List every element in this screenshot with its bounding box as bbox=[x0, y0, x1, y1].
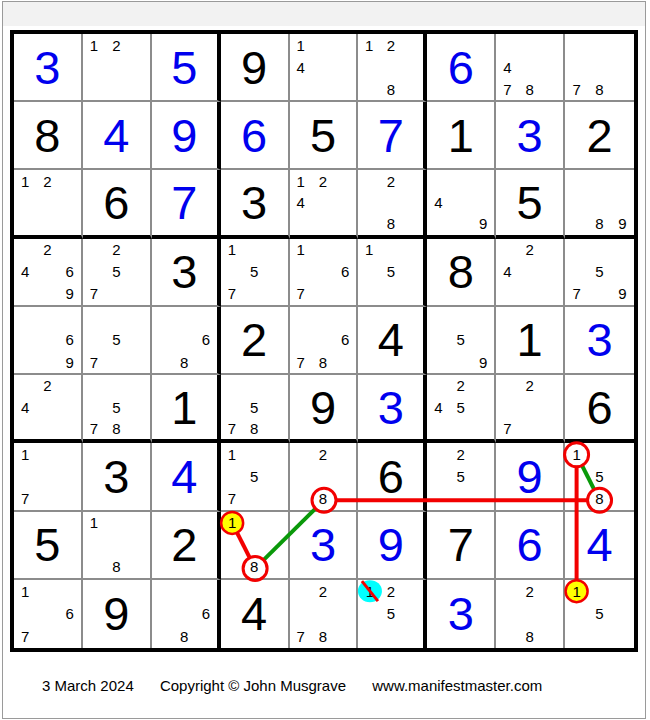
cell-r9c2[interactable]: 9 bbox=[83, 580, 152, 648]
candidate-2: 2 bbox=[380, 580, 402, 603]
cell-r3c9[interactable]: 89 bbox=[565, 170, 634, 238]
cell-r5c8[interactable]: 1 bbox=[496, 307, 565, 375]
pencil-marks: 49 bbox=[427, 170, 494, 234]
cell-r4c6[interactable]: 15 bbox=[358, 239, 427, 307]
cell-r5c9[interactable]: 3 bbox=[565, 307, 634, 375]
candidate-1 bbox=[427, 375, 449, 396]
candidate-1: 1 bbox=[290, 239, 312, 261]
candidate-5: 5 bbox=[588, 465, 611, 487]
cell-r3c4[interactable]: 3 bbox=[221, 170, 290, 238]
candidate-9: 9 bbox=[59, 283, 81, 305]
pencil-marks: 24 bbox=[14, 375, 81, 439]
pencil-marks: 2469 bbox=[14, 239, 81, 305]
candidate-5 bbox=[519, 603, 541, 626]
cell-r7c6[interactable]: 6 bbox=[358, 443, 427, 511]
candidate-7: 7 bbox=[221, 487, 243, 509]
cell-r6c7[interactable]: 245 bbox=[427, 375, 496, 443]
candidate-5 bbox=[312, 329, 334, 351]
candidate-1 bbox=[290, 580, 312, 603]
cell-r4c9[interactable]: 579 bbox=[565, 239, 634, 307]
candidate-6 bbox=[265, 261, 287, 283]
cell-r5c5[interactable]: 678 bbox=[290, 307, 359, 375]
cell-r8c7[interactable]: 7 bbox=[427, 512, 496, 580]
candidate-5 bbox=[36, 603, 58, 626]
candidate-3 bbox=[472, 443, 494, 465]
cell-value: 9 bbox=[310, 384, 336, 431]
candidate-7 bbox=[152, 625, 174, 648]
candidate-8: 8 bbox=[105, 418, 127, 439]
cell-r6c8[interactable]: 27 bbox=[496, 375, 565, 443]
cell-r9c5[interactable]: 278 bbox=[290, 580, 359, 648]
candidate-3 bbox=[334, 580, 356, 603]
candidate-1 bbox=[427, 443, 449, 465]
cell-r6c6[interactable]: 3 bbox=[358, 375, 427, 443]
candidate-8 bbox=[105, 283, 127, 305]
candidate-1 bbox=[496, 34, 518, 56]
candidate-7: 7 bbox=[565, 283, 588, 305]
candidate-8 bbox=[450, 351, 472, 373]
cell-r7c4[interactable]: 157 bbox=[221, 443, 290, 511]
cell-value: 3 bbox=[517, 112, 543, 159]
candidate-4 bbox=[14, 465, 36, 487]
candidate-6 bbox=[472, 397, 494, 418]
cell-r9c9[interactable]: 15 bbox=[565, 580, 634, 648]
pencil-marks: 12 bbox=[83, 34, 150, 100]
candidate-7 bbox=[565, 487, 588, 509]
candidate-9 bbox=[59, 213, 81, 234]
sudoku-board: 3125914128647878849657132126731242849589… bbox=[10, 30, 638, 652]
cell-r3c3[interactable]: 7 bbox=[152, 170, 221, 238]
candidate-1 bbox=[152, 307, 174, 329]
candidate-9 bbox=[59, 418, 81, 439]
candidate-8: 8 bbox=[312, 625, 334, 648]
cell-r4c4[interactable]: 157 bbox=[221, 239, 290, 307]
candidate-7 bbox=[358, 78, 380, 100]
candidate-1: 1 bbox=[14, 580, 36, 603]
candidate-3 bbox=[334, 239, 356, 261]
cell-r9c3[interactable]: 68 bbox=[152, 580, 221, 648]
candidate-7 bbox=[83, 556, 105, 578]
candidate-3 bbox=[59, 580, 81, 603]
candidate-5 bbox=[105, 56, 127, 78]
pencil-marks: 678 bbox=[290, 307, 357, 373]
candidate-4 bbox=[565, 56, 588, 78]
candidate-8 bbox=[450, 418, 472, 439]
candidate-3 bbox=[611, 34, 634, 56]
cell-r4c2[interactable]: 257 bbox=[83, 239, 152, 307]
candidate-6 bbox=[334, 465, 356, 487]
candidate-3 bbox=[402, 580, 424, 603]
candidate-1 bbox=[496, 239, 518, 261]
candidate-4: 4 bbox=[14, 261, 36, 283]
candidate-7 bbox=[83, 78, 105, 100]
candidate-6 bbox=[265, 465, 287, 487]
cell-r9c8[interactable]: 28 bbox=[496, 580, 565, 648]
cell-r7c8[interactable]: 9 bbox=[496, 443, 565, 511]
candidate-5: 5 bbox=[105, 329, 127, 351]
candidate-4 bbox=[290, 261, 312, 283]
cell-value: 1 bbox=[517, 316, 543, 363]
candidate-2 bbox=[312, 239, 334, 261]
candidate-9 bbox=[59, 487, 81, 509]
cell-r8c2[interactable]: 18 bbox=[83, 512, 152, 580]
candidate-1: 1 bbox=[358, 580, 380, 603]
cell-r7c7[interactable]: 25 bbox=[427, 443, 496, 511]
candidate-3 bbox=[334, 170, 356, 191]
candidate-4 bbox=[358, 192, 380, 213]
candidate-8: 8 bbox=[243, 418, 265, 439]
candidate-2: 2 bbox=[36, 375, 58, 396]
candidate-2 bbox=[36, 580, 58, 603]
candidate-3 bbox=[402, 239, 424, 261]
candidate-8 bbox=[450, 213, 472, 234]
cell-r3c5[interactable]: 124 bbox=[290, 170, 359, 238]
cell-r9c7[interactable]: 3 bbox=[427, 580, 496, 648]
cell-r6c2[interactable]: 578 bbox=[83, 375, 152, 443]
candidate-6 bbox=[472, 465, 494, 487]
cell-value: 4 bbox=[103, 112, 129, 159]
candidate-6: 6 bbox=[59, 329, 81, 351]
cell-r6c3[interactable]: 1 bbox=[152, 375, 221, 443]
candidate-8 bbox=[380, 283, 402, 305]
pencil-marks: 128 bbox=[358, 34, 423, 100]
candidate-4 bbox=[152, 603, 174, 626]
cell-r7c5[interactable]: 28 bbox=[290, 443, 359, 511]
candidate-6 bbox=[402, 261, 424, 283]
cell-r3c2[interactable]: 6 bbox=[83, 170, 152, 238]
candidate-4: 4 bbox=[14, 397, 36, 418]
candidate-2 bbox=[312, 34, 334, 56]
candidate-9 bbox=[127, 556, 149, 578]
candidate-5 bbox=[105, 534, 127, 556]
footer-copyright: Copyright © John Musgrave bbox=[160, 677, 346, 694]
cell-value: 4 bbox=[171, 453, 197, 500]
candidate-4: 4 bbox=[427, 397, 449, 418]
candidate-5 bbox=[173, 329, 195, 351]
candidate-2 bbox=[243, 239, 265, 261]
cell-value: 2 bbox=[171, 521, 197, 568]
candidate-1: 1 bbox=[290, 170, 312, 191]
cell-value: 3 bbox=[310, 521, 336, 568]
pencil-marks: 78 bbox=[565, 34, 634, 100]
cell-r1c2[interactable]: 12 bbox=[83, 34, 152, 102]
cell-r1c7[interactable]: 6 bbox=[427, 34, 496, 102]
candidate-6 bbox=[541, 261, 563, 283]
candidate-7 bbox=[427, 213, 449, 234]
cell-value: 3 bbox=[448, 590, 474, 637]
candidate-6 bbox=[59, 192, 81, 213]
candidate-5 bbox=[312, 465, 334, 487]
candidate-8: 8 bbox=[588, 213, 611, 234]
candidate-9 bbox=[59, 625, 81, 648]
cell-r5c2[interactable]: 57 bbox=[83, 307, 152, 375]
candidate-5: 5 bbox=[450, 397, 472, 418]
cell-r3c1[interactable]: 12 bbox=[14, 170, 83, 238]
cell-r6c4[interactable]: 578 bbox=[221, 375, 290, 443]
candidate-8: 8 bbox=[519, 625, 541, 648]
cell-r2c2[interactable]: 4 bbox=[83, 102, 152, 170]
cell-r8c1[interactable]: 5 bbox=[14, 512, 83, 580]
candidate-7 bbox=[496, 625, 518, 648]
cell-r4c8[interactable]: 24 bbox=[496, 239, 565, 307]
candidate-6 bbox=[472, 192, 494, 213]
pencil-marks: 579 bbox=[565, 239, 634, 305]
candidate-3 bbox=[334, 307, 356, 329]
cell-value: 2 bbox=[586, 112, 612, 159]
cell-r5c3[interactable]: 68 bbox=[152, 307, 221, 375]
candidate-2: 2 bbox=[380, 170, 402, 191]
candidate-1: 1 bbox=[221, 512, 243, 534]
cell-r8c8[interactable]: 6 bbox=[496, 512, 565, 580]
candidate-8: 8 bbox=[105, 556, 127, 578]
candidate-9 bbox=[265, 418, 287, 439]
candidate-3 bbox=[402, 170, 424, 191]
candidate-3 bbox=[265, 443, 287, 465]
cell-r2c3[interactable]: 9 bbox=[152, 102, 221, 170]
candidate-1: 1 bbox=[358, 239, 380, 261]
candidate-1 bbox=[83, 239, 105, 261]
cell-r4c5[interactable]: 167 bbox=[290, 239, 359, 307]
pencil-marks: 18 bbox=[83, 512, 150, 578]
candidate-9 bbox=[127, 418, 149, 439]
cell-r3c6[interactable]: 28 bbox=[358, 170, 427, 238]
pencil-marks: 68 bbox=[152, 307, 217, 373]
candidate-6: 6 bbox=[59, 603, 81, 626]
cell-r6c1[interactable]: 24 bbox=[14, 375, 83, 443]
cell-r2c8[interactable]: 3 bbox=[496, 102, 565, 170]
pencil-marks: 12 bbox=[14, 170, 81, 234]
candidate-1: 1 bbox=[290, 34, 312, 56]
candidate-8 bbox=[243, 487, 265, 509]
cell-r8c3[interactable]: 2 bbox=[152, 512, 221, 580]
candidate-2: 2 bbox=[36, 170, 58, 191]
pencil-marks: 24 bbox=[496, 239, 563, 305]
candidate-5: 5 bbox=[105, 261, 127, 283]
cell-r4c1[interactable]: 2469 bbox=[14, 239, 83, 307]
cell-r2c7[interactable]: 1 bbox=[427, 102, 496, 170]
cell-r5c6[interactable]: 4 bbox=[358, 307, 427, 375]
cell-r1c1[interactable]: 3 bbox=[14, 34, 83, 102]
candidate-3 bbox=[472, 170, 494, 191]
candidate-1: 1 bbox=[358, 34, 380, 56]
candidate-2 bbox=[105, 375, 127, 396]
candidate-2 bbox=[173, 307, 195, 329]
candidate-1: 1 bbox=[14, 170, 36, 191]
cell-r5c1[interactable]: 69 bbox=[14, 307, 83, 375]
candidate-3 bbox=[541, 34, 563, 56]
cell-r1c4[interactable]: 9 bbox=[221, 34, 290, 102]
candidate-6 bbox=[611, 603, 634, 626]
candidate-6 bbox=[334, 192, 356, 213]
cell-value: 9 bbox=[378, 521, 404, 568]
candidate-5: 5 bbox=[450, 465, 472, 487]
candidate-9 bbox=[402, 283, 424, 305]
candidate-4 bbox=[427, 465, 449, 487]
pencil-marks: 15 bbox=[358, 239, 423, 305]
cell-r6c5[interactable]: 9 bbox=[290, 375, 359, 443]
candidate-9 bbox=[265, 487, 287, 509]
cell-r2c5[interactable]: 5 bbox=[290, 102, 359, 170]
cell-value: 7 bbox=[448, 521, 474, 568]
candidate-1 bbox=[565, 170, 588, 191]
candidate-4 bbox=[221, 534, 243, 556]
cell-value: 7 bbox=[378, 112, 404, 159]
candidate-5: 5 bbox=[243, 465, 265, 487]
candidate-7 bbox=[358, 283, 380, 305]
cell-r2c9[interactable]: 2 bbox=[565, 102, 634, 170]
candidate-4 bbox=[290, 465, 312, 487]
candidate-2 bbox=[588, 443, 611, 465]
candidate-4 bbox=[83, 329, 105, 351]
candidate-1: 1 bbox=[14, 443, 36, 465]
candidate-3 bbox=[334, 443, 356, 465]
candidate-9 bbox=[265, 556, 287, 578]
candidate-2 bbox=[519, 34, 541, 56]
cell-r1c9[interactable]: 78 bbox=[565, 34, 634, 102]
candidate-8 bbox=[312, 78, 334, 100]
candidate-1 bbox=[152, 580, 174, 603]
candidate-3 bbox=[59, 239, 81, 261]
footer-website: www.manifestmaster.com bbox=[372, 677, 542, 694]
candidate-2: 2 bbox=[312, 443, 334, 465]
cell-r1c6[interactable]: 128 bbox=[358, 34, 427, 102]
cell-r3c7[interactable]: 49 bbox=[427, 170, 496, 238]
candidate-4 bbox=[14, 192, 36, 213]
cell-r4c3[interactable]: 3 bbox=[152, 239, 221, 307]
cell-r3c8[interactable]: 5 bbox=[496, 170, 565, 238]
candidate-2: 2 bbox=[519, 580, 541, 603]
candidate-1: 1 bbox=[565, 580, 588, 603]
candidate-4: 4 bbox=[496, 56, 518, 78]
candidate-8 bbox=[450, 487, 472, 509]
pencil-marks: 17 bbox=[14, 443, 81, 509]
cell-r2c1[interactable]: 8 bbox=[14, 102, 83, 170]
cell-r8c4[interactable]: 18 bbox=[221, 512, 290, 580]
candidate-4 bbox=[290, 329, 312, 351]
candidate-6 bbox=[59, 465, 81, 487]
cell-r2c6[interactable]: 7 bbox=[358, 102, 427, 170]
candidate-1 bbox=[290, 307, 312, 329]
candidate-4 bbox=[83, 397, 105, 418]
candidate-3 bbox=[472, 307, 494, 329]
candidate-2: 2 bbox=[519, 239, 541, 261]
cell-value: 7 bbox=[171, 179, 197, 226]
candidate-2 bbox=[36, 307, 58, 329]
candidate-2 bbox=[312, 307, 334, 329]
candidate-9 bbox=[265, 283, 287, 305]
pencil-marks: 57 bbox=[83, 307, 150, 373]
candidate-4 bbox=[83, 534, 105, 556]
cell-value: 9 bbox=[517, 453, 543, 500]
cell-r8c5[interactable]: 3 bbox=[290, 512, 359, 580]
candidate-9 bbox=[334, 487, 356, 509]
candidate-7 bbox=[14, 351, 36, 373]
candidate-3 bbox=[59, 170, 81, 191]
candidate-7 bbox=[14, 213, 36, 234]
candidate-5: 5 bbox=[243, 397, 265, 418]
cell-r4c7[interactable]: 8 bbox=[427, 239, 496, 307]
candidate-6 bbox=[265, 534, 287, 556]
candidate-3 bbox=[472, 375, 494, 396]
candidate-4 bbox=[290, 603, 312, 626]
candidate-8 bbox=[588, 283, 611, 305]
cell-r7c3[interactable]: 4 bbox=[152, 443, 221, 511]
candidate-8: 8 bbox=[380, 213, 402, 234]
cell-r9c6[interactable]: 125 bbox=[358, 580, 427, 648]
candidate-5: 5 bbox=[243, 261, 265, 283]
candidate-3 bbox=[265, 512, 287, 534]
candidate-6 bbox=[402, 603, 424, 626]
cell-r8c6[interactable]: 9 bbox=[358, 512, 427, 580]
candidate-2 bbox=[105, 512, 127, 534]
candidate-7 bbox=[14, 418, 36, 439]
candidate-9 bbox=[334, 625, 356, 648]
cell-r1c8[interactable]: 478 bbox=[496, 34, 565, 102]
cell-r5c7[interactable]: 59 bbox=[427, 307, 496, 375]
candidate-2: 2 bbox=[380, 34, 402, 56]
candidate-7 bbox=[427, 418, 449, 439]
candidate-9 bbox=[611, 487, 634, 509]
candidate-9 bbox=[334, 283, 356, 305]
candidate-1: 1 bbox=[83, 512, 105, 534]
cell-r2c4[interactable]: 6 bbox=[221, 102, 290, 170]
candidate-1 bbox=[83, 375, 105, 396]
cell-r7c9[interactable]: 158 bbox=[565, 443, 634, 511]
cell-r7c2[interactable]: 3 bbox=[83, 443, 152, 511]
candidate-2: 2 bbox=[450, 443, 472, 465]
cell-r8c9[interactable]: 4 bbox=[565, 512, 634, 580]
candidate-9 bbox=[195, 625, 217, 648]
cell-value: 9 bbox=[241, 44, 267, 91]
candidate-4 bbox=[221, 465, 243, 487]
candidate-5 bbox=[36, 329, 58, 351]
candidate-7: 7 bbox=[221, 418, 243, 439]
cell-r1c3[interactable]: 5 bbox=[152, 34, 221, 102]
candidate-5 bbox=[588, 56, 611, 78]
cell-r7c1[interactable]: 17 bbox=[14, 443, 83, 511]
cell-value: 1 bbox=[448, 112, 474, 159]
cell-r9c1[interactable]: 167 bbox=[14, 580, 83, 648]
candidate-7 bbox=[358, 213, 380, 234]
candidate-4 bbox=[221, 261, 243, 283]
candidate-6: 6 bbox=[195, 603, 217, 626]
cell-r1c5[interactable]: 14 bbox=[290, 34, 359, 102]
candidate-8 bbox=[36, 625, 58, 648]
candidate-1 bbox=[496, 580, 518, 603]
candidate-3 bbox=[127, 239, 149, 261]
candidate-2 bbox=[243, 375, 265, 396]
candidate-7: 7 bbox=[496, 418, 518, 439]
candidate-5 bbox=[243, 534, 265, 556]
cell-r9c4[interactable]: 4 bbox=[221, 580, 290, 648]
candidate-5: 5 bbox=[588, 261, 611, 283]
cell-value: 9 bbox=[171, 112, 197, 159]
cell-r6c9[interactable]: 6 bbox=[565, 375, 634, 443]
pencil-marks: 157 bbox=[221, 443, 288, 509]
candidate-6 bbox=[472, 329, 494, 351]
cell-value: 9 bbox=[103, 590, 129, 637]
cell-r5c4[interactable]: 2 bbox=[221, 307, 290, 375]
candidate-9: 9 bbox=[472, 213, 494, 234]
candidate-7 bbox=[14, 283, 36, 305]
candidate-2: 2 bbox=[312, 170, 334, 191]
candidate-1 bbox=[83, 307, 105, 329]
candidate-4 bbox=[83, 56, 105, 78]
candidate-2 bbox=[450, 170, 472, 191]
cell-value: 6 bbox=[378, 453, 404, 500]
candidate-5 bbox=[36, 192, 58, 213]
candidate-4 bbox=[565, 192, 588, 213]
